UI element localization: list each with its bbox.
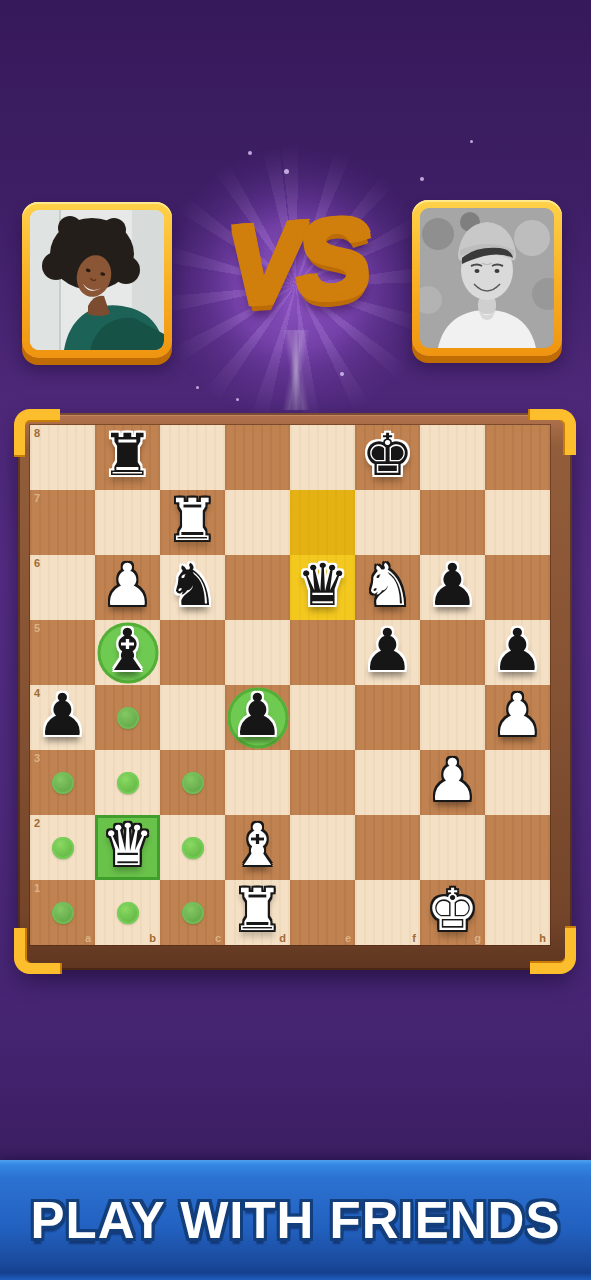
rank-label-5: 5 [34,622,40,634]
file-label-e: e [345,932,351,944]
piece-black-knight-c6[interactable]: ♞ [167,556,219,614]
piece-black-rook-b8[interactable]: ♜ [102,426,154,484]
piece-black-queen-e6[interactable]: ♛ [297,556,349,614]
square-g1[interactable]: ♚g [420,880,485,945]
square-b5[interactable]: ♝ [95,620,160,685]
square-b3[interactable] [95,750,160,815]
chess-board: 8♜♚7♜6♟♞♛♞♟5♝♟♟♟4♟♟3♟2♛♝1abc♜def♚gh [18,413,572,970]
player-right-avatar-frame [412,200,562,356]
square-f2[interactable] [355,815,420,880]
sparkle [196,386,199,389]
piece-white-king-g1[interactable]: ♚ [427,881,479,939]
file-label-a: a [85,932,91,944]
board-grid: 8♜♚7♜6♟♞♛♞♟5♝♟♟♟4♟♟3♟2♛♝1abc♜def♚gh [30,425,550,945]
square-d2[interactable]: ♝ [225,815,290,880]
piece-black-pawn-f5[interactable]: ♟ [362,621,414,679]
square-e1[interactable]: e [290,880,355,945]
piece-white-rook-c7[interactable]: ♜ [167,491,219,549]
sparkle [284,169,289,174]
vs-light-rays [216,330,376,410]
square-c3[interactable] [160,750,225,815]
square-e3[interactable] [290,750,355,815]
move-dot-a3[interactable] [52,772,74,794]
square-c8[interactable] [160,425,225,490]
square-g6[interactable]: ♟ [420,555,485,620]
square-f1[interactable]: f [355,880,420,945]
move-dot-b1[interactable] [117,902,139,924]
square-h5[interactable]: ♟ [485,620,550,685]
piece-white-rook-d1[interactable]: ♜ [232,881,284,939]
square-c5[interactable] [160,620,225,685]
square-b7[interactable] [95,490,160,555]
piece-white-knight-f6[interactable]: ♞ [362,556,414,614]
square-h4[interactable]: ♟ [485,685,550,750]
square-e4[interactable] [290,685,355,750]
file-label-f: f [412,932,416,944]
square-b1[interactable]: b [95,880,160,945]
square-c7[interactable]: ♜ [160,490,225,555]
square-f4[interactable] [355,685,420,750]
square-c1[interactable]: c [160,880,225,945]
square-e8[interactable] [290,425,355,490]
square-d3[interactable] [225,750,290,815]
rank-label-6: 6 [34,557,40,569]
square-e6[interactable]: ♛ [290,555,355,620]
square-a4[interactable]: ♟4 [30,685,95,750]
play-with-friends-banner[interactable]: PLAY WITH FRIENDS [0,1160,591,1280]
move-dot-c2[interactable] [182,837,204,859]
square-d6[interactable] [225,555,290,620]
square-h2[interactable] [485,815,550,880]
sparkle [470,140,473,143]
square-f6[interactable]: ♞ [355,555,420,620]
rank-label-3: 3 [34,752,40,764]
piece-white-pawn-h4[interactable]: ♟ [492,686,544,744]
square-a5[interactable]: 5 [30,620,95,685]
square-h6[interactable] [485,555,550,620]
square-g5[interactable] [420,620,485,685]
square-g2[interactable] [420,815,485,880]
square-g7[interactable] [420,490,485,555]
piece-white-queen-b2[interactable]: ♛ [102,816,154,874]
player-left-avatar-photo [30,210,164,350]
move-dot-c3[interactable] [182,772,204,794]
square-d1[interactable]: ♜d [225,880,290,945]
piece-white-pawn-b6[interactable]: ♟ [102,556,154,614]
square-d5[interactable] [225,620,290,685]
vs-label: VS [182,192,410,330]
move-dot-a1[interactable] [52,902,74,924]
square-g8[interactable] [420,425,485,490]
rank-label-2: 2 [34,817,40,829]
piece-white-bishop-d2[interactable]: ♝ [232,816,284,874]
move-dot-b3[interactable] [117,772,139,794]
square-h3[interactable] [485,750,550,815]
player-left-portrait-illustration [30,210,164,350]
square-b6[interactable]: ♟ [95,555,160,620]
square-f3[interactable] [355,750,420,815]
piece-white-pawn-g3[interactable]: ♟ [427,751,479,809]
square-a3[interactable]: 3 [30,750,95,815]
square-b8[interactable]: ♜ [95,425,160,490]
player-left-avatar-frame [22,202,172,358]
gold-corner-top-right [530,409,576,455]
play-with-friends-label: PLAY WITH FRIENDS [31,1191,561,1250]
player-right-avatar-photo [420,208,554,348]
square-b4[interactable] [95,685,160,750]
file-label-b: b [149,932,156,944]
square-g4[interactable] [420,685,485,750]
player-right-portrait-illustration [420,208,554,348]
move-dot-c1[interactable] [182,902,204,924]
piece-black-pawn-h5[interactable]: ♟ [492,621,544,679]
square-b2[interactable]: ♛ [95,815,160,880]
piece-black-pawn-g6[interactable]: ♟ [427,556,479,614]
square-e2[interactable] [290,815,355,880]
sparkle [248,151,252,155]
square-c2[interactable] [160,815,225,880]
square-f7[interactable] [355,490,420,555]
square-a7[interactable]: 7 [30,490,95,555]
piece-black-king-f8[interactable]: ♚ [362,426,414,484]
square-c6[interactable]: ♞ [160,555,225,620]
file-label-c: c [215,932,221,944]
square-f8[interactable]: ♚ [355,425,420,490]
gold-corner-top-left [14,409,60,455]
gold-corner-bottom-right [530,928,576,974]
rank-label-7: 7 [34,492,40,504]
piece-black-pawn-d4[interactable]: ♟ [232,686,284,744]
piece-black-pawn-a4[interactable]: ♟ [37,686,89,744]
square-d7[interactable] [225,490,290,555]
square-e5[interactable] [290,620,355,685]
square-g3[interactable]: ♟ [420,750,485,815]
square-c4[interactable] [160,685,225,750]
square-a6[interactable]: 6 [30,555,95,620]
move-dot-b4[interactable] [117,707,139,729]
piece-black-bishop-b5[interactable]: ♝ [102,621,154,679]
square-a2[interactable]: 2 [30,815,95,880]
square-d8[interactable] [225,425,290,490]
sparkle [420,177,424,181]
sparkle [340,372,344,376]
square-d4[interactable]: ♟ [225,685,290,750]
gold-corner-bottom-left [14,928,60,974]
sparkle [236,398,239,401]
rank-label-1: 1 [34,882,40,894]
move-dot-a2[interactable] [52,837,74,859]
square-h7[interactable] [485,490,550,555]
square-e7[interactable] [290,490,355,555]
square-f5[interactable]: ♟ [355,620,420,685]
